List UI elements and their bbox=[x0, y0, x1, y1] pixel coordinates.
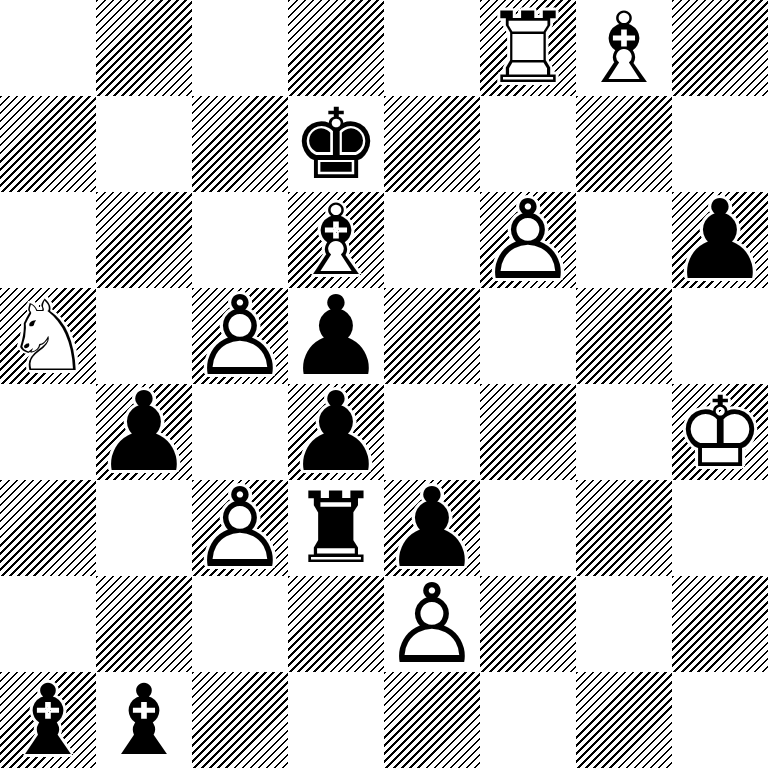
square-f3[interactable] bbox=[480, 480, 576, 576]
square-a8[interactable] bbox=[0, 0, 96, 96]
piece-black-king[interactable]: ♚︎♚︎ bbox=[288, 96, 384, 192]
square-g6[interactable] bbox=[576, 192, 672, 288]
piece-white-pawn[interactable]: ♟︎♙︎ bbox=[384, 576, 480, 672]
piece-white-pawn[interactable]: ♟︎♙︎ bbox=[192, 480, 288, 576]
square-c8[interactable] bbox=[192, 0, 288, 96]
piece-glyph: ♟︎ bbox=[282, 378, 390, 486]
piece-white-pawn[interactable]: ♟︎♙︎ bbox=[192, 288, 288, 384]
piece-black-bishop[interactable]: ♝︎♝︎ bbox=[0, 672, 96, 768]
piece-black-rook[interactable]: ♜︎♜︎ bbox=[288, 480, 384, 576]
square-h2[interactable] bbox=[672, 576, 768, 672]
square-f2[interactable] bbox=[480, 576, 576, 672]
square-h3[interactable] bbox=[672, 480, 768, 576]
square-g4[interactable] bbox=[576, 384, 672, 480]
chessboard: ♜︎♖︎♝︎♗︎♚︎♚︎♝︎♗︎♟︎♙︎♟︎♟︎♞︎♘︎♟︎♙︎♟︎♟︎♟︎♟︎… bbox=[0, 0, 768, 768]
square-h1[interactable] bbox=[672, 672, 768, 768]
square-g1[interactable] bbox=[576, 672, 672, 768]
square-h4[interactable]: ♚︎♔︎ bbox=[672, 384, 768, 480]
piece-glyph: ♙︎ bbox=[474, 186, 582, 294]
square-d1[interactable] bbox=[288, 672, 384, 768]
piece-glyph: ♗︎ bbox=[576, 0, 672, 96]
square-a2[interactable] bbox=[0, 576, 96, 672]
square-e8[interactable] bbox=[384, 0, 480, 96]
piece-white-knight[interactable]: ♞︎♘︎ bbox=[0, 288, 96, 384]
square-b2[interactable] bbox=[96, 576, 192, 672]
square-g2[interactable] bbox=[576, 576, 672, 672]
square-a5[interactable]: ♞︎♘︎ bbox=[0, 288, 96, 384]
piece-glyph: ♜︎ bbox=[288, 480, 384, 576]
piece-black-pawn[interactable]: ♟︎♟︎ bbox=[96, 384, 192, 480]
square-a6[interactable] bbox=[0, 192, 96, 288]
piece-glyph: ♝︎ bbox=[0, 672, 96, 768]
square-b6[interactable] bbox=[96, 192, 192, 288]
piece-white-bishop[interactable]: ♝︎♗︎ bbox=[576, 0, 672, 96]
square-c1[interactable] bbox=[192, 672, 288, 768]
square-a4[interactable] bbox=[0, 384, 96, 480]
piece-white-king[interactable]: ♚︎♔︎ bbox=[672, 384, 768, 480]
square-g8[interactable]: ♝︎♗︎ bbox=[576, 0, 672, 96]
piece-white-pawn[interactable]: ♟︎♙︎ bbox=[480, 192, 576, 288]
square-b7[interactable] bbox=[96, 96, 192, 192]
piece-glyph: ♚︎ bbox=[288, 96, 384, 192]
piece-glyph: ♝︎ bbox=[96, 672, 192, 768]
piece-black-pawn[interactable]: ♟︎♟︎ bbox=[672, 192, 768, 288]
square-e6[interactable] bbox=[384, 192, 480, 288]
piece-glyph: ♔︎ bbox=[672, 384, 768, 480]
square-g5[interactable] bbox=[576, 288, 672, 384]
square-b1[interactable]: ♝︎♝︎ bbox=[96, 672, 192, 768]
square-d4[interactable]: ♟︎♟︎ bbox=[288, 384, 384, 480]
square-h8[interactable] bbox=[672, 0, 768, 96]
square-e5[interactable] bbox=[384, 288, 480, 384]
square-c3[interactable]: ♟︎♙︎ bbox=[192, 480, 288, 576]
square-a3[interactable] bbox=[0, 480, 96, 576]
square-f1[interactable] bbox=[480, 672, 576, 768]
square-e2[interactable]: ♟︎♙︎ bbox=[384, 576, 480, 672]
square-g3[interactable] bbox=[576, 480, 672, 576]
piece-white-rook[interactable]: ♜︎♖︎ bbox=[480, 0, 576, 96]
piece-glyph: ♙︎ bbox=[378, 570, 486, 678]
square-a1[interactable]: ♝︎♝︎ bbox=[0, 672, 96, 768]
piece-black-bishop[interactable]: ♝︎♝︎ bbox=[96, 672, 192, 768]
square-g7[interactable] bbox=[576, 96, 672, 192]
square-e7[interactable] bbox=[384, 96, 480, 192]
square-b8[interactable] bbox=[96, 0, 192, 96]
square-d8[interactable] bbox=[288, 0, 384, 96]
square-d3[interactable]: ♜︎♜︎ bbox=[288, 480, 384, 576]
piece-glyph: ♘︎ bbox=[0, 288, 96, 384]
square-c7[interactable] bbox=[192, 96, 288, 192]
piece-glyph: ♙︎ bbox=[186, 474, 294, 582]
piece-black-pawn[interactable]: ♟︎♟︎ bbox=[288, 384, 384, 480]
piece-glyph: ♟︎ bbox=[666, 186, 768, 294]
square-c5[interactable]: ♟︎♙︎ bbox=[192, 288, 288, 384]
square-d2[interactable] bbox=[288, 576, 384, 672]
square-f8[interactable]: ♜︎♖︎ bbox=[480, 0, 576, 96]
square-b4[interactable]: ♟︎♟︎ bbox=[96, 384, 192, 480]
square-f6[interactable]: ♟︎♙︎ bbox=[480, 192, 576, 288]
square-h6[interactable]: ♟︎♟︎ bbox=[672, 192, 768, 288]
square-d7[interactable]: ♚︎♚︎ bbox=[288, 96, 384, 192]
piece-glyph: ♖︎ bbox=[480, 0, 576, 96]
piece-glyph: ♟︎ bbox=[90, 378, 198, 486]
piece-glyph: ♙︎ bbox=[186, 282, 294, 390]
square-f4[interactable] bbox=[480, 384, 576, 480]
square-a7[interactable] bbox=[0, 96, 96, 192]
